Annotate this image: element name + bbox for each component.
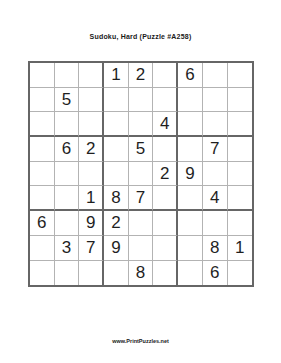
cell-r4c2-given: 6 <box>55 137 80 162</box>
cell-r6c2-empty <box>55 186 80 211</box>
cell-r6c6-empty <box>153 186 178 211</box>
cell-r1c8-empty <box>203 63 228 88</box>
cell-r2c2-given: 5 <box>55 88 80 113</box>
cell-r7c9-empty <box>228 211 253 236</box>
cell-r1c3-empty <box>79 63 104 88</box>
cell-r9c3-empty <box>79 261 104 286</box>
cell-r2c1-empty <box>30 88 55 113</box>
cell-r8c7-empty <box>178 236 203 261</box>
puzzle-page: Sudoku, Hard (Puzzle #A258) 126546257291… <box>0 0 281 363</box>
cell-r8c5-empty <box>129 236 154 261</box>
cell-r1c6-empty <box>153 63 178 88</box>
cell-r9c1-empty <box>30 261 55 286</box>
cell-r5c4-empty <box>104 162 129 187</box>
cell-r8c2-given: 3 <box>55 236 80 261</box>
cell-r9c8-given: 6 <box>203 261 228 286</box>
cell-r6c9-empty <box>228 186 253 211</box>
cell-r8c8-given: 8 <box>203 236 228 261</box>
cell-r3c3-empty <box>79 112 104 137</box>
cell-r5c8-empty <box>203 162 228 187</box>
cell-r1c4-given: 1 <box>104 63 129 88</box>
cell-r4c6-empty <box>153 137 178 162</box>
cell-r2c3-empty <box>79 88 104 113</box>
cell-r6c5-given: 7 <box>129 186 154 211</box>
cell-r3c9-empty <box>228 112 253 137</box>
cell-r2c7-empty <box>178 88 203 113</box>
cell-r2c9-empty <box>228 88 253 113</box>
cell-r2c4-empty <box>104 88 129 113</box>
cell-r2c8-empty <box>203 88 228 113</box>
cell-r7c6-empty <box>153 211 178 236</box>
cell-r5c6-given: 2 <box>153 162 178 187</box>
cell-r5c9-empty <box>228 162 253 187</box>
cell-r2c5-empty <box>129 88 154 113</box>
cell-r9c4-empty <box>104 261 129 286</box>
cell-r1c5-given: 2 <box>129 63 154 88</box>
footer-url: www.PrintPuzzles.net <box>0 338 281 345</box>
cell-r5c1-empty <box>30 162 55 187</box>
cell-r8c9-given: 1 <box>228 236 253 261</box>
cell-r8c3-given: 7 <box>79 236 104 261</box>
cell-r3c8-empty <box>203 112 228 137</box>
cell-r4c5-given: 5 <box>129 137 154 162</box>
cell-r3c7-empty <box>178 112 203 137</box>
cell-r8c6-empty <box>153 236 178 261</box>
cell-r8c4-given: 9 <box>104 236 129 261</box>
cell-r4c8-given: 7 <box>203 137 228 162</box>
cell-r3c2-empty <box>55 112 80 137</box>
cell-r1c9-empty <box>228 63 253 88</box>
cell-r6c1-empty <box>30 186 55 211</box>
cell-r6c3-given: 1 <box>79 186 104 211</box>
cell-r7c5-empty <box>129 211 154 236</box>
cell-r4c3-given: 2 <box>79 137 104 162</box>
cell-r4c1-empty <box>30 137 55 162</box>
cell-r7c1-given: 6 <box>30 211 55 236</box>
puzzle-title: Sudoku, Hard (Puzzle #A258) <box>0 32 281 41</box>
cell-r5c2-empty <box>55 162 80 187</box>
cell-r7c7-empty <box>178 211 203 236</box>
cell-r2c6-empty <box>153 88 178 113</box>
cell-r3c5-empty <box>129 112 154 137</box>
cell-r7c4-given: 2 <box>104 211 129 236</box>
cell-r3c1-empty <box>30 112 55 137</box>
cell-r9c7-empty <box>178 261 203 286</box>
cell-r9c9-empty <box>228 261 253 286</box>
cell-r4c9-empty <box>228 137 253 162</box>
cell-r1c1-empty <box>30 63 55 88</box>
cell-r8c1-empty <box>30 236 55 261</box>
cell-r1c2-empty <box>55 63 80 88</box>
cell-r6c8-given: 4 <box>203 186 228 211</box>
cell-r3c4-empty <box>104 112 129 137</box>
sudoku-board: 1265462572918746923798186 <box>28 61 254 287</box>
cell-r6c4-given: 8 <box>104 186 129 211</box>
cell-r5c5-empty <box>129 162 154 187</box>
cell-r1c7-given: 6 <box>178 63 203 88</box>
cell-r5c7-given: 9 <box>178 162 203 187</box>
cell-r9c2-empty <box>55 261 80 286</box>
cell-r9c5-given: 8 <box>129 261 154 286</box>
cell-r4c7-empty <box>178 137 203 162</box>
cell-r7c3-given: 9 <box>79 211 104 236</box>
cell-r9c6-empty <box>153 261 178 286</box>
cell-r7c8-empty <box>203 211 228 236</box>
cell-r7c2-empty <box>55 211 80 236</box>
cell-r6c7-empty <box>178 186 203 211</box>
cell-r5c3-empty <box>79 162 104 187</box>
cell-r4c4-empty <box>104 137 129 162</box>
cell-r3c6-given: 4 <box>153 112 178 137</box>
